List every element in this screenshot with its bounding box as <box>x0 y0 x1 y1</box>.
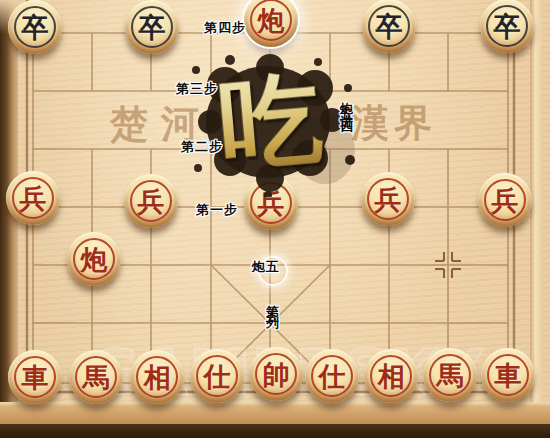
piece-glyph: 帥 <box>263 361 290 388</box>
piece-glyph: 卒 <box>376 13 403 40</box>
piece-glyph: 仕 <box>319 363 346 390</box>
piece-red-soldier[interactable]: 兵 <box>124 174 178 228</box>
piece-glyph: 車 <box>495 362 522 389</box>
piece-glyph: 卒 <box>139 14 166 41</box>
piece-glyph: 兵 <box>20 185 47 212</box>
piece-glyph: 炮 <box>258 7 285 34</box>
piece-glyph: 仕 <box>204 363 231 390</box>
piece-black-soldier[interactable]: 卒 <box>362 0 416 53</box>
piece-red-horse[interactable]: 馬 <box>423 348 477 402</box>
piece-red-advisor[interactable]: 仕 <box>305 349 359 403</box>
river-label-right: 漢界 <box>351 98 437 149</box>
piece-glyph: 炮 <box>81 246 108 273</box>
piece-red-cannon[interactable]: 炮 <box>67 232 121 286</box>
piece-red-horse[interactable]: 馬 <box>69 350 123 404</box>
piece-glyph: 車 <box>22 364 49 391</box>
stamp-character: 吃 <box>177 38 365 205</box>
piece-glyph: 馬 <box>437 362 464 389</box>
cannon-origin-label: 炮五 <box>252 258 280 276</box>
move-step-label-2: 第二步 <box>181 138 223 156</box>
capture-stamp: 吃 <box>183 45 358 197</box>
move-step-label-3: 第三步 <box>176 80 218 98</box>
piece-glyph: 兵 <box>138 188 165 215</box>
piece-red-elephant[interactable]: 相 <box>364 349 418 403</box>
piece-black-soldier[interactable]: 卒 <box>125 0 179 54</box>
piece-glyph: 卒 <box>22 14 49 41</box>
piece-red-advisor[interactable]: 仕 <box>190 349 244 403</box>
move-notation-label: 炮五进四 <box>337 92 355 116</box>
piece-black-soldier[interactable]: 卒 <box>480 0 534 53</box>
piece-red-soldier[interactable]: 兵 <box>478 173 532 227</box>
move-step-label-4: 第四步 <box>204 19 246 37</box>
piece-glyph: 兵 <box>492 187 519 214</box>
piece-glyph: 相 <box>144 364 171 391</box>
piece-glyph: 相 <box>378 363 405 390</box>
piece-red-soldier[interactable]: 兵 <box>361 172 415 226</box>
piece-red-soldier[interactable]: 兵 <box>6 171 60 225</box>
piece-glyph: 兵 <box>375 186 402 213</box>
piece-glyph: 馬 <box>83 364 110 391</box>
xiangqi-board: 楚河 漢界 GAMERSKY 卒卒炮卒卒兵兵兵兵兵炮車馬相仕帥仕相馬車 吃 第一… <box>0 0 550 438</box>
piece-glyph: 卒 <box>494 13 521 40</box>
piece-red-general[interactable]: 帥 <box>249 347 303 401</box>
piece-red-chariot[interactable]: 車 <box>481 348 535 402</box>
move-step-label-1: 第一步 <box>196 201 238 219</box>
piece-black-soldier[interactable]: 卒 <box>8 0 62 54</box>
fifth-column-label: 第五列 <box>263 294 281 312</box>
piece-red-chariot[interactable]: 車 <box>8 350 62 404</box>
piece-red-elephant[interactable]: 相 <box>130 350 184 404</box>
